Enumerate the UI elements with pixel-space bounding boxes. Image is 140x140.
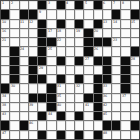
clue-number: 23	[113, 38, 117, 41]
grid-cell[interactable]: 47	[1, 131, 9, 139]
grid-cell[interactable]	[20, 75, 28, 83]
grid-cell[interactable]: 23	[112, 38, 120, 46]
grid-cell[interactable]	[29, 29, 37, 37]
blocked-cell	[131, 10, 139, 18]
grid-cell[interactable]	[10, 94, 18, 102]
blocked-cell	[10, 57, 18, 65]
grid-cell[interactable]: 25	[47, 47, 55, 55]
clue-number: 47	[2, 131, 6, 134]
grid-cell[interactable]: 21	[1, 38, 9, 46]
grid-cell[interactable]	[10, 10, 18, 18]
blocked-cell	[10, 75, 18, 83]
grid-cell[interactable]	[121, 10, 129, 18]
grid-cell[interactable]	[1, 75, 9, 83]
grid-cell[interactable]: 24	[20, 47, 28, 55]
clue-number: 6	[103, 1, 105, 4]
grid-cell[interactable]	[112, 94, 120, 102]
blocked-cell	[94, 103, 102, 111]
grid-cell[interactable]	[121, 38, 129, 46]
clue-number: 44	[48, 112, 52, 115]
grid-cell[interactable]	[75, 103, 83, 111]
grid-cell[interactable]	[47, 57, 55, 65]
grid-cell[interactable]: 7	[112, 1, 120, 9]
clue-number: 17	[48, 29, 52, 32]
grid-cell[interactable]: 11	[20, 20, 28, 28]
blocked-cell	[38, 20, 46, 28]
blocked-cell	[47, 84, 55, 92]
grid-cell[interactable]	[29, 84, 37, 92]
grid-cell[interactable]: 15	[131, 20, 139, 28]
grid-cell[interactable]: 4	[66, 1, 74, 9]
grid-cell[interactable]	[121, 103, 129, 111]
grid-cell[interactable]: 36	[103, 94, 111, 102]
clue-number: 10	[2, 20, 6, 23]
grid-cell[interactable]	[75, 10, 83, 18]
blocked-cell	[38, 94, 46, 102]
grid-cell[interactable]	[84, 112, 92, 120]
grid-cell[interactable]	[47, 66, 55, 74]
grid-cell[interactable]	[131, 131, 139, 139]
grid-cell[interactable]	[131, 75, 139, 83]
grid-cell[interactable]	[20, 112, 28, 120]
grid-cell[interactable]: 41	[84, 103, 92, 111]
grid-cell[interactable]	[38, 121, 46, 129]
blocked-cell	[75, 57, 83, 65]
clue-number: 31	[57, 84, 61, 87]
blocked-cell	[10, 66, 18, 74]
grid-cell[interactable]: 14	[112, 20, 120, 28]
grid-cell[interactable]	[66, 29, 74, 37]
blocked-cell	[38, 38, 46, 46]
blocked-cell	[38, 29, 46, 37]
grid-cell[interactable]	[112, 131, 120, 139]
grid-cell[interactable]	[66, 75, 74, 83]
blocked-cell	[38, 1, 46, 9]
grid-cell[interactable]	[29, 1, 37, 9]
grid-cell[interactable]: 42	[103, 103, 111, 111]
grid-cell[interactable]	[38, 84, 46, 92]
grid-cell[interactable]: 3	[47, 1, 55, 9]
clue-number: 26	[94, 47, 98, 50]
grid-cell[interactable]	[57, 47, 65, 55]
grid-cell[interactable]	[57, 10, 65, 18]
blocked-cell	[38, 131, 46, 139]
grid-cell[interactable]	[131, 1, 139, 9]
grid-cell[interactable]	[66, 121, 74, 129]
grid-cell[interactable]	[66, 103, 74, 111]
grid-cell[interactable]: 31	[57, 84, 65, 92]
grid-cell[interactable]	[131, 103, 139, 111]
blocked-cell	[57, 20, 65, 28]
grid-cell[interactable]: 18	[57, 29, 65, 37]
grid-cell[interactable]: 2	[10, 1, 18, 9]
grid-cell[interactable]	[66, 20, 74, 28]
blocked-cell	[75, 112, 83, 120]
grid-cell[interactable]: 5	[84, 1, 92, 9]
grid-cell[interactable]	[20, 131, 28, 139]
blocked-cell	[1, 10, 9, 18]
grid-cell[interactable]	[20, 66, 28, 74]
grid-cell[interactable]	[75, 47, 83, 55]
grid-cell[interactable]	[10, 103, 18, 111]
grid-cell[interactable]	[47, 75, 55, 83]
clue-number: 11	[20, 20, 24, 23]
grid-cell[interactable]: 22	[57, 38, 65, 46]
grid-cell[interactable]	[66, 131, 74, 139]
clue-number: 13	[103, 20, 107, 23]
grid-cell[interactable]	[121, 47, 129, 55]
grid-cell[interactable]: 27	[84, 57, 92, 65]
blocked-cell	[38, 47, 46, 55]
grid-cell[interactable]: 16	[1, 29, 9, 37]
clue-number: 42	[103, 103, 107, 106]
grid-cell[interactable]: 28	[131, 57, 139, 65]
clue-number: 20	[94, 29, 98, 32]
clue-number: 9	[39, 10, 41, 13]
clue-number: 8	[122, 1, 124, 4]
clue-number: 37	[122, 94, 126, 97]
grid-cell[interactable]	[10, 38, 18, 46]
grid-cell[interactable]: 32	[75, 84, 83, 92]
blocked-cell	[94, 94, 102, 102]
blocked-cell	[57, 112, 65, 120]
grid-cell[interactable]	[131, 66, 139, 74]
grid-cell[interactable]	[75, 94, 83, 102]
grid-cell[interactable]	[20, 84, 28, 92]
clue-number: 35	[57, 94, 61, 97]
blocked-cell	[94, 1, 102, 9]
blocked-cell	[131, 121, 139, 129]
clue-number: 24	[20, 47, 24, 50]
blocked-cell	[112, 121, 120, 129]
grid-cell[interactable]	[103, 29, 111, 37]
grid-cell[interactable]	[66, 66, 74, 74]
grid-cell[interactable]: 19	[75, 29, 83, 37]
clue-number: 18	[57, 29, 61, 32]
grid-cell[interactable]	[121, 121, 129, 129]
grid-cell[interactable]	[131, 29, 139, 37]
grid-cell[interactable]	[66, 57, 74, 65]
clue-number: 45	[103, 112, 107, 115]
grid-cell[interactable]	[131, 84, 139, 92]
clue-number: 16	[2, 29, 6, 32]
grid-cell[interactable]	[66, 10, 74, 18]
blocked-cell	[75, 131, 83, 139]
grid-cell[interactable]: 46	[29, 121, 37, 129]
blocked-cell	[94, 38, 102, 46]
grid-cell[interactable]	[131, 38, 139, 46]
grid-cell[interactable]	[66, 47, 74, 55]
blocked-cell	[29, 66, 37, 74]
grid-cell[interactable]: 9	[38, 10, 46, 18]
grid-cell[interactable]	[38, 103, 46, 111]
blocked-cell	[94, 112, 102, 120]
blocked-cell	[47, 94, 55, 102]
grid-cell[interactable]: 1	[1, 1, 9, 9]
clue-number: 32	[76, 84, 80, 87]
clue-number: 39	[29, 103, 33, 106]
clue-number: 19	[76, 29, 80, 32]
blocked-cell	[121, 57, 129, 65]
grid-cell[interactable]	[1, 47, 9, 55]
grid-cell[interactable]: 8	[121, 1, 129, 9]
clue-number: 1	[2, 1, 4, 4]
grid-cell[interactable]	[121, 20, 129, 28]
grid-cell[interactable]: 30	[10, 84, 18, 92]
grid-cell[interactable]: 13	[103, 20, 111, 28]
grid-cell[interactable]	[112, 57, 120, 65]
blocked-cell	[38, 75, 46, 83]
clue-number: 46	[29, 121, 33, 124]
grid-cell[interactable]: 44	[47, 112, 55, 120]
grid-cell[interactable]: 6	[103, 1, 111, 9]
blocked-cell	[75, 20, 83, 28]
clue-number: 40	[57, 103, 61, 106]
blocked-cell	[57, 57, 65, 65]
grid-cell[interactable]: 10	[1, 20, 9, 28]
grid-cell[interactable]	[84, 20, 92, 28]
blocked-cell	[47, 103, 55, 111]
grid-cell[interactable]	[47, 121, 55, 129]
clue-number: 34	[2, 94, 6, 97]
blocked-cell	[38, 112, 46, 120]
grid-cell[interactable]	[10, 121, 18, 129]
grid-cell[interactable]: 40	[57, 103, 65, 111]
grid-cell[interactable]	[112, 75, 120, 83]
grid-cell[interactable]: 29	[38, 66, 46, 74]
grid-cell[interactable]: 43	[1, 112, 9, 120]
blocked-cell	[1, 121, 9, 129]
clue-number: 3	[48, 1, 50, 4]
blocked-cell	[47, 38, 55, 46]
blocked-cell	[29, 94, 37, 102]
clue-number: 30	[11, 84, 15, 87]
clue-number: 12	[29, 20, 33, 23]
grid-cell[interactable]	[29, 131, 37, 139]
grid-cell[interactable]	[131, 94, 139, 102]
grid-cell[interactable]	[75, 66, 83, 74]
grid-cell[interactable]	[20, 57, 28, 65]
grid-cell[interactable]	[20, 29, 28, 37]
clue-number: 33	[103, 84, 107, 87]
blocked-cell	[121, 84, 129, 92]
grid-cell[interactable]	[121, 131, 129, 139]
grid-cell[interactable]	[112, 84, 120, 92]
grid-cell[interactable]	[112, 112, 120, 120]
grid-cell[interactable]	[112, 66, 120, 74]
blocked-cell	[103, 57, 111, 65]
grid-cell[interactable]: 17	[47, 29, 55, 37]
grid-cell[interactable]	[20, 103, 28, 111]
grid-cell[interactable]	[20, 94, 28, 102]
blocked-cell	[94, 131, 102, 139]
grid-cell[interactable]	[84, 121, 92, 129]
clue-number: 38	[2, 103, 6, 106]
clue-number: 5	[85, 1, 87, 4]
grid-cell[interactable]	[57, 121, 65, 129]
blocked-cell	[103, 75, 111, 83]
blocked-cell	[1, 84, 9, 92]
blocked-cell	[57, 131, 65, 139]
blocked-cell	[29, 57, 37, 65]
blocked-cell	[94, 20, 102, 28]
grid-cell[interactable]	[1, 57, 9, 65]
crossword-grid: 1234567891011121314151617181920212223242…	[0, 0, 140, 140]
grid-cell[interactable]	[94, 66, 102, 74]
grid-cell[interactable]	[84, 75, 92, 83]
grid-cell[interactable]	[75, 121, 83, 129]
blocked-cell	[112, 10, 120, 18]
grid-cell[interactable]	[29, 47, 37, 55]
grid-cell[interactable]	[66, 94, 74, 102]
blocked-cell	[29, 10, 37, 18]
grid-cell[interactable]: 48	[103, 131, 111, 139]
clue-number: 4	[66, 1, 68, 4]
clue-number: 48	[103, 131, 107, 134]
grid-cell[interactable]	[121, 112, 129, 120]
blocked-cell	[94, 57, 102, 65]
clue-number: 28	[131, 57, 135, 60]
grid-cell[interactable]	[84, 66, 92, 74]
grid-cell[interactable]: 45	[103, 112, 111, 120]
blocked-cell	[84, 38, 92, 46]
grid-cell[interactable]	[84, 131, 92, 139]
blocked-cell	[84, 94, 92, 102]
grid-cell[interactable]: 26	[94, 47, 102, 55]
grid-cell[interactable]	[103, 10, 111, 18]
grid-cell[interactable]	[121, 29, 129, 37]
grid-cell[interactable]	[112, 29, 120, 37]
grid-cell[interactable]	[84, 10, 92, 18]
clue-number: 43	[2, 112, 6, 115]
clue-number: 27	[85, 57, 89, 60]
clue-number: 36	[103, 94, 107, 97]
grid-cell[interactable]	[66, 112, 74, 120]
blocked-cell	[57, 1, 65, 9]
grid-cell[interactable]	[29, 38, 37, 46]
clue-number: 14	[113, 20, 117, 23]
clue-number: 15	[131, 20, 135, 23]
grid-cell[interactable]: 33	[103, 84, 111, 92]
blocked-cell	[84, 29, 92, 37]
blocked-cell	[103, 38, 111, 46]
grid-cell[interactable]: 35	[57, 94, 65, 102]
grid-cell[interactable]: 39	[29, 103, 37, 111]
grid-cell[interactable]	[94, 10, 102, 18]
blocked-cell	[103, 121, 111, 129]
grid-cell[interactable]	[47, 10, 55, 18]
grid-cell[interactable]	[10, 20, 18, 28]
grid-cell[interactable]: 20	[94, 29, 102, 37]
blocked-cell	[20, 121, 28, 129]
grid-cell[interactable]	[20, 1, 28, 9]
clue-number: 21	[2, 38, 6, 41]
blocked-cell	[121, 75, 129, 83]
blocked-cell	[75, 75, 83, 83]
clue-number: 25	[48, 47, 52, 50]
blocked-cell	[103, 66, 111, 74]
blocked-cell	[29, 75, 37, 83]
grid-cell[interactable]	[47, 131, 55, 139]
blocked-cell	[94, 75, 102, 83]
grid-cell[interactable]	[94, 121, 102, 129]
clue-number: 7	[113, 1, 115, 4]
grid-cell[interactable]	[1, 66, 9, 74]
blocked-cell	[20, 10, 28, 18]
clue-number: 29	[39, 66, 43, 69]
grid-cell[interactable]	[20, 38, 28, 46]
grid-cell[interactable]	[29, 112, 37, 120]
grid-cell[interactable]	[75, 38, 83, 46]
grid-cell[interactable]: 34	[1, 94, 9, 102]
blocked-cell	[121, 66, 129, 74]
grid-cell[interactable]	[84, 84, 92, 92]
clue-number: 22	[57, 38, 61, 41]
blocked-cell	[84, 47, 92, 55]
grid-cell[interactable]	[66, 38, 74, 46]
clue-number: 41	[85, 103, 89, 106]
clue-number: 2	[11, 1, 13, 4]
grid-cell[interactable]	[131, 112, 139, 120]
grid-cell[interactable]	[103, 47, 111, 55]
grid-cell[interactable]: 12	[29, 20, 37, 28]
grid-cell[interactable]	[47, 20, 55, 28]
blocked-cell	[10, 47, 18, 55]
grid-cell[interactable]: 38	[1, 103, 9, 111]
blocked-cell	[75, 1, 83, 9]
blocked-cell	[57, 75, 65, 83]
grid-cell[interactable]	[10, 131, 18, 139]
grid-cell[interactable]	[66, 84, 74, 92]
blocked-cell	[38, 57, 46, 65]
grid-cell[interactable]	[10, 29, 18, 37]
grid-cell[interactable]: 37	[121, 94, 129, 102]
blocked-cell	[94, 84, 102, 92]
grid-cell[interactable]	[112, 47, 120, 55]
grid-cell[interactable]	[112, 103, 120, 111]
blocked-cell	[131, 47, 139, 55]
grid-cell[interactable]	[57, 66, 65, 74]
grid-cell[interactable]	[10, 112, 18, 120]
